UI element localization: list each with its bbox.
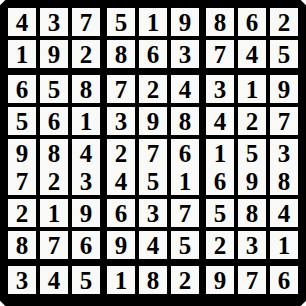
sudoku-cell[interactable]: 2 [206, 231, 234, 259]
sudoku-cell[interactable]: 5 [238, 139, 266, 167]
sudoku-cell[interactable]: 8 [206, 8, 234, 36]
sudoku-cell[interactable]: 4 [238, 40, 266, 68]
sudoku-cell[interactable]: 1 [107, 266, 135, 294]
sudoku-cell[interactable]: 6 [8, 75, 36, 103]
sudoku-cell[interactable]: 1 [139, 8, 167, 36]
sudoku-cell[interactable]: 6 [206, 167, 234, 195]
sudoku-cell[interactable]: 5 [270, 40, 298, 68]
sudoku-cell[interactable]: 1 [72, 107, 100, 135]
sudoku-cell[interactable]: 6 [72, 231, 100, 259]
sudoku-row: 3 4 5 1 8 2 9 7 6 [8, 266, 298, 294]
sudoku-cell[interactable]: 8 [139, 266, 167, 294]
frame-corner-notch [0, 0, 6, 6]
sudoku-cell[interactable]: 2 [72, 40, 100, 68]
sudoku-cell[interactable]: 4 [139, 231, 167, 259]
sudoku-cell[interactable]: 2 [238, 107, 266, 135]
sudoku-cell[interactable]: 4 [40, 266, 68, 294]
sudoku-cell[interactable]: 3 [72, 167, 100, 195]
sudoku-cell[interactable]: 2 [8, 199, 36, 227]
sudoku-cell[interactable]: 9 [270, 75, 298, 103]
sudoku-cell[interactable]: 9 [72, 199, 100, 227]
sudoku-cell[interactable]: 8 [238, 199, 266, 227]
sudoku-cell[interactable]: 5 [107, 8, 135, 36]
sudoku-cell[interactable]: 1 [8, 40, 36, 68]
sudoku-cell[interactable]: 8 [171, 107, 199, 135]
sudoku-cell[interactable]: 7 [171, 199, 199, 227]
sudoku-cell[interactable]: 3 [270, 139, 298, 167]
sudoku-cell[interactable]: 3 [8, 266, 36, 294]
frame-corner-notch [300, 300, 306, 306]
sudoku-row: 9 8 4 2 7 6 1 5 3 [8, 139, 298, 167]
sudoku-cell[interactable]: 3 [107, 107, 135, 135]
sudoku-cell[interactable]: 7 [206, 40, 234, 68]
sudoku-cell[interactable]: 8 [40, 139, 68, 167]
sudoku-row: 2 1 9 6 3 7 5 8 4 [8, 199, 298, 227]
sudoku-cell[interactable]: 6 [238, 8, 266, 36]
sudoku-cell[interactable]: 5 [8, 107, 36, 135]
sudoku-cell[interactable]: 4 [270, 199, 298, 227]
sudoku-cell[interactable]: 5 [206, 199, 234, 227]
sudoku-cell[interactable]: 9 [107, 231, 135, 259]
sudoku-cell[interactable]: 9 [171, 8, 199, 36]
sudoku-row: 1 9 2 8 6 3 7 4 5 [8, 40, 298, 68]
sudoku-cell[interactable]: 3 [139, 199, 167, 227]
sudoku-cell[interactable]: 1 [206, 139, 234, 167]
sudoku-cell[interactable]: 4 [72, 139, 100, 167]
sudoku-row: 4 3 7 5 1 9 8 6 2 [8, 8, 298, 36]
sudoku-cell[interactable]: 6 [270, 266, 298, 294]
frame-corner-notch [0, 300, 6, 306]
sudoku-row: 5 6 1 3 9 8 4 2 7 [8, 107, 298, 135]
sudoku-cell[interactable]: 5 [40, 75, 68, 103]
sudoku-cell[interactable]: 8 [72, 75, 100, 103]
sudoku-cell[interactable]: 8 [270, 167, 298, 195]
sudoku-cell[interactable]: 7 [107, 75, 135, 103]
sudoku-cell[interactable]: 5 [139, 167, 167, 195]
sudoku-cell[interactable]: 3 [171, 40, 199, 68]
sudoku-cell[interactable]: 1 [171, 167, 199, 195]
sudoku-cell[interactable]: 6 [107, 199, 135, 227]
sudoku-cell[interactable]: 3 [238, 231, 266, 259]
sudoku-cell[interactable]: 2 [171, 266, 199, 294]
sudoku-cell[interactable]: 4 [8, 8, 36, 36]
sudoku-cell[interactable]: 8 [107, 40, 135, 68]
sudoku-cell[interactable]: 1 [40, 199, 68, 227]
sudoku-cell[interactable]: 2 [270, 8, 298, 36]
sudoku-cell[interactable]: 9 [8, 139, 36, 167]
sudoku-cell[interactable]: 7 [270, 107, 298, 135]
sudoku-cell[interactable]: 4 [171, 75, 199, 103]
sudoku-cell[interactable]: 2 [40, 167, 68, 195]
sudoku-cell[interactable]: 7 [139, 139, 167, 167]
sudoku-board: 4 3 7 5 1 9 8 6 2 1 9 2 8 6 3 7 4 5 6 5 … [0, 0, 306, 306]
sudoku-cell[interactable]: 9 [40, 40, 68, 68]
sudoku-cell[interactable]: 3 [40, 8, 68, 36]
sudoku-cell[interactable]: 4 [206, 107, 234, 135]
sudoku-cell[interactable]: 2 [139, 75, 167, 103]
sudoku-row: 8 7 6 9 4 5 2 3 1 [8, 231, 298, 259]
sudoku-cell[interactable]: 7 [238, 266, 266, 294]
sudoku-cell[interactable]: 7 [72, 8, 100, 36]
sudoku-cell[interactable]: 6 [139, 40, 167, 68]
sudoku-cell[interactable]: 9 [238, 167, 266, 195]
sudoku-row: 7 2 3 4 5 1 6 9 8 [8, 167, 298, 195]
sudoku-cell[interactable]: 7 [40, 231, 68, 259]
sudoku-cell[interactable]: 5 [72, 266, 100, 294]
frame-corner-notch [300, 0, 306, 6]
sudoku-row: 6 5 8 7 2 4 3 1 9 [8, 75, 298, 103]
sudoku-cell[interactable]: 9 [139, 107, 167, 135]
sudoku-cell[interactable]: 6 [40, 107, 68, 135]
sudoku-cell[interactable]: 7 [8, 167, 36, 195]
sudoku-cell[interactable]: 8 [8, 231, 36, 259]
sudoku-cell[interactable]: 4 [107, 167, 135, 195]
sudoku-cell[interactable]: 9 [206, 266, 234, 294]
sudoku-cell[interactable]: 5 [171, 231, 199, 259]
sudoku-cell[interactable]: 2 [107, 139, 135, 167]
sudoku-cell[interactable]: 6 [171, 139, 199, 167]
sudoku-cell[interactable]: 1 [270, 231, 298, 259]
sudoku-cell[interactable]: 3 [206, 75, 234, 103]
sudoku-cell[interactable]: 1 [238, 75, 266, 103]
